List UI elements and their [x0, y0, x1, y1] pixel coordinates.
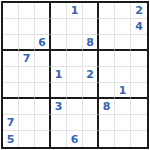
sudoku-cell[interactable] [83, 19, 99, 35]
sudoku-cell[interactable] [131, 115, 147, 131]
sudoku-cell[interactable] [51, 19, 67, 35]
sudoku-cell[interactable] [19, 131, 35, 147]
sudoku-cell[interactable] [67, 83, 83, 99]
sudoku-cell[interactable]: 7 [19, 51, 35, 67]
sudoku-cell[interactable] [99, 35, 115, 51]
sudoku-cell[interactable] [19, 35, 35, 51]
sudoku-cell[interactable]: 1 [51, 67, 67, 83]
sudoku-cell[interactable] [83, 3, 99, 19]
sudoku-cell[interactable] [83, 131, 99, 147]
sudoku-cell[interactable] [115, 3, 131, 19]
given-digit: 7 [23, 53, 31, 64]
sudoku-cell[interactable]: 7 [3, 115, 19, 131]
sudoku-cell[interactable] [115, 19, 131, 35]
sudoku-cell[interactable] [3, 99, 19, 115]
sudoku-cell[interactable] [131, 83, 147, 99]
sudoku-cell[interactable] [3, 51, 19, 67]
given-digit: 6 [38, 37, 46, 48]
sudoku-cell[interactable]: 1 [115, 83, 131, 99]
sudoku-cell[interactable] [51, 35, 67, 51]
sudoku-cell[interactable] [131, 35, 147, 51]
sudoku-cell[interactable] [131, 99, 147, 115]
sudoku-cell[interactable]: 6 [67, 131, 83, 147]
sudoku-cell[interactable] [19, 3, 35, 19]
sudoku-cell[interactable] [35, 83, 51, 99]
sudoku-cell[interactable]: 1 [67, 3, 83, 19]
sudoku-cell[interactable]: 3 [51, 99, 67, 115]
given-digit: 6 [71, 134, 79, 145]
sudoku-cell[interactable] [83, 83, 99, 99]
sudoku-cell[interactable] [115, 67, 131, 83]
sudoku-cell[interactable] [67, 51, 83, 67]
sudoku-cell[interactable] [19, 99, 35, 115]
sudoku-cell[interactable] [19, 67, 35, 83]
sudoku-cell[interactable] [83, 115, 99, 131]
given-digit: 2 [135, 5, 143, 16]
sudoku-cell[interactable] [99, 67, 115, 83]
sudoku-cell[interactable]: 8 [99, 99, 115, 115]
sudoku-cell[interactable]: 6 [35, 35, 51, 51]
sudoku-cell[interactable] [99, 51, 115, 67]
sudoku-cell[interactable]: 4 [131, 19, 147, 35]
sudoku-cell[interactable] [35, 67, 51, 83]
sudoku-cell[interactable] [19, 83, 35, 99]
sudoku-cell[interactable] [51, 131, 67, 147]
sudoku-cell[interactable] [83, 99, 99, 115]
sudoku-cell[interactable] [35, 19, 51, 35]
sudoku-cell[interactable] [35, 51, 51, 67]
sudoku-cell[interactable] [99, 19, 115, 35]
sudoku-cell[interactable] [99, 131, 115, 147]
sudoku-cell[interactable] [115, 115, 131, 131]
sudoku-cell[interactable] [35, 131, 51, 147]
given-digit: 1 [119, 85, 127, 96]
sudoku-board: 12468712138756 [1, 1, 149, 149]
sudoku-cell[interactable] [67, 35, 83, 51]
given-digit: 8 [103, 101, 111, 112]
sudoku-cell[interactable] [83, 51, 99, 67]
sudoku-cell[interactable] [35, 99, 51, 115]
sudoku-cell[interactable] [51, 83, 67, 99]
sudoku-cell[interactable] [51, 51, 67, 67]
sudoku-cell[interactable] [67, 115, 83, 131]
sudoku-cell[interactable] [131, 131, 147, 147]
sudoku-cell[interactable] [115, 131, 131, 147]
given-digit: 7 [7, 117, 15, 128]
sudoku-cell[interactable] [51, 3, 67, 19]
sudoku-cell[interactable] [51, 115, 67, 131]
given-digit: 2 [86, 69, 94, 80]
sudoku-cell[interactable] [99, 3, 115, 19]
sudoku-cell[interactable] [131, 51, 147, 67]
sudoku-cell[interactable] [131, 67, 147, 83]
sudoku-cell[interactable] [67, 67, 83, 83]
sudoku-cell[interactable] [67, 99, 83, 115]
given-digit: 5 [7, 134, 15, 145]
sudoku-cell[interactable] [19, 115, 35, 131]
sudoku-cell[interactable]: 2 [131, 3, 147, 19]
sudoku-cell[interactable] [3, 67, 19, 83]
given-digit: 1 [71, 5, 79, 16]
sudoku-cell[interactable] [115, 35, 131, 51]
sudoku-cell[interactable] [115, 99, 131, 115]
sudoku-cell[interactable]: 2 [83, 67, 99, 83]
sudoku-cell[interactable]: 5 [3, 131, 19, 147]
sudoku-cell[interactable] [3, 35, 19, 51]
given-digit: 1 [55, 69, 63, 80]
sudoku-cell[interactable] [35, 115, 51, 131]
sudoku-cell[interactable] [67, 19, 83, 35]
sudoku-cell[interactable] [3, 19, 19, 35]
sudoku-cell[interactable] [3, 83, 19, 99]
sudoku-cell[interactable] [115, 51, 131, 67]
sudoku-cell[interactable] [3, 3, 19, 19]
sudoku-cell[interactable] [19, 19, 35, 35]
sudoku-cell[interactable] [99, 115, 115, 131]
given-digit: 4 [135, 21, 143, 32]
given-digit: 8 [86, 37, 94, 48]
sudoku-cell[interactable] [35, 3, 51, 19]
sudoku-cell[interactable] [99, 83, 115, 99]
given-digit: 3 [55, 101, 63, 112]
sudoku-cell[interactable]: 8 [83, 35, 99, 51]
